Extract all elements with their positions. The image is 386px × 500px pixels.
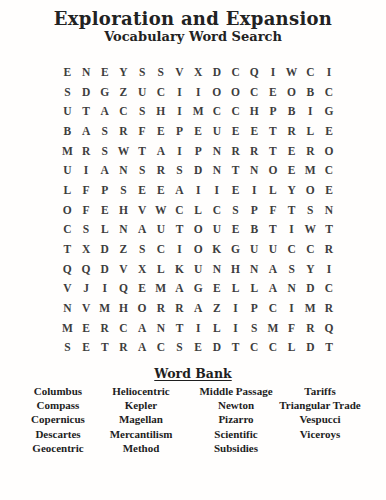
grid-cell-r4c8[interactable]: E: [189, 121, 208, 141]
word-bank-item: Method: [110, 441, 173, 455]
grid-cell-r6c12[interactable]: O: [264, 160, 283, 180]
grid-cell-r13c4[interactable]: H: [114, 298, 133, 318]
grid-cell-r1c13[interactable]: W: [282, 62, 301, 82]
grid-cell-r11c13[interactable]: S: [282, 259, 301, 279]
grid-cell-r15c11[interactable]: C: [245, 338, 264, 358]
grid-cell-r5c9[interactable]: N: [208, 141, 227, 161]
grid-cell-r14c14[interactable]: R: [301, 318, 320, 338]
grid-cell-r12c10[interactable]: L: [226, 279, 245, 299]
grid-cell-r6c3[interactable]: A: [95, 160, 114, 180]
grid-cell-r13c10[interactable]: I: [226, 298, 245, 318]
grid-cell-r3c5[interactable]: S: [133, 101, 152, 121]
grid-cell-r2c15[interactable]: C: [320, 82, 339, 102]
word-bank-item: Triangular Trade: [279, 398, 360, 412]
grid-cell-r1c2[interactable]: N: [77, 62, 96, 82]
grid-cell-r3c12[interactable]: P: [264, 101, 283, 121]
grid-cell-r3c4[interactable]: C: [114, 101, 133, 121]
word-bank-item: Scientific: [199, 427, 272, 441]
grid-cell-r9c2[interactable]: S: [77, 220, 96, 240]
grid-cell-r7c6[interactable]: E: [151, 180, 170, 200]
grid-cell-r10c6[interactable]: C: [151, 239, 170, 259]
grid-cell-r5c4[interactable]: W: [114, 141, 133, 161]
grid-cell-r7c3[interactable]: P: [95, 180, 114, 200]
grid-cell-r15c9[interactable]: D: [208, 338, 227, 358]
grid-cell-r14c13[interactable]: F: [282, 318, 301, 338]
grid-cell-r6c5[interactable]: S: [133, 160, 152, 180]
grid-cell-r3c6[interactable]: H: [151, 101, 170, 121]
grid-cell-r2c7[interactable]: I: [170, 82, 189, 102]
grid-cell-r1c6[interactable]: S: [151, 62, 170, 82]
grid-cell-r8c1[interactable]: O: [58, 200, 77, 220]
grid-cell-r6c8[interactable]: D: [189, 160, 208, 180]
grid-cell-r12c5[interactable]: E: [133, 279, 152, 299]
word-bank-item: Middle Passage: [199, 384, 272, 398]
grid-cell-r13c3[interactable]: M: [95, 298, 114, 318]
grid-cell-r2c4[interactable]: Z: [114, 82, 133, 102]
grid-cell-r4c13[interactable]: R: [282, 121, 301, 141]
grid-cell-r3c7[interactable]: I: [170, 101, 189, 121]
grid-cell-r13c5[interactable]: O: [133, 298, 152, 318]
grid-cell-r3c11[interactable]: H: [245, 101, 264, 121]
grid-cell-r11c2[interactable]: Q: [77, 259, 96, 279]
grid-cell-r6c11[interactable]: N: [245, 160, 264, 180]
grid-cell-r12c11[interactable]: L: [245, 279, 264, 299]
grid-cell-r3c13[interactable]: B: [282, 101, 301, 121]
grid-cell-r3c8[interactable]: M: [189, 101, 208, 121]
grid-cell-r6c1[interactable]: U: [58, 160, 77, 180]
word-bank-column-1: ColumbusCompassCopernicusDescartesGeocen…: [31, 384, 85, 455]
grid-cell-r9c7[interactable]: T: [170, 220, 189, 240]
grid-cell-r14c5[interactable]: A: [133, 318, 152, 338]
grid-cell-r13c14[interactable]: M: [301, 298, 320, 318]
grid-cell-r14c6[interactable]: N: [151, 318, 170, 338]
grid-cell-r4c9[interactable]: U: [208, 121, 227, 141]
grid-cell-r8c12[interactable]: F: [264, 200, 283, 220]
grid-cell-r6c7[interactable]: S: [170, 160, 189, 180]
grid-cell-r4c6[interactable]: E: [151, 121, 170, 141]
grid-cell-r3c3[interactable]: A: [95, 101, 114, 121]
grid-cell-r12c8[interactable]: G: [189, 279, 208, 299]
grid-cell-r1c11[interactable]: Q: [245, 62, 264, 82]
grid-cell-r11c15[interactable]: I: [320, 259, 339, 279]
grid-cell-r15c10[interactable]: T: [226, 338, 245, 358]
grid-cell-r10c13[interactable]: C: [282, 239, 301, 259]
grid-cell-r4c7[interactable]: P: [170, 121, 189, 141]
grid-cell-r14c12[interactable]: M: [264, 318, 283, 338]
word-search-grid: ENEYSSVXDCQIWCISDGZUCIIOOCEOBCUTACSHIMCC…: [58, 62, 338, 357]
grid-cell-r9c9[interactable]: U: [208, 220, 227, 240]
word-bank-column-3: Middle PassageNewtonPizarroScientificSub…: [199, 384, 272, 455]
grid-cell-r3c14[interactable]: I: [301, 101, 320, 121]
grid-cell-r5c1[interactable]: M: [58, 141, 77, 161]
grid-cell-r8c9[interactable]: C: [208, 200, 227, 220]
word-bank-item: Columbus: [31, 384, 85, 398]
grid-cell-r13c1[interactable]: N: [58, 298, 77, 318]
grid-cell-r11c6[interactable]: L: [151, 259, 170, 279]
grid-cell-r14c1[interactable]: M: [58, 318, 77, 338]
grid-cell-r7c12[interactable]: L: [264, 180, 283, 200]
grid-cell-r1c14[interactable]: C: [301, 62, 320, 82]
grid-cell-r6c2[interactable]: I: [77, 160, 96, 180]
grid-cell-r5c10[interactable]: R: [226, 141, 245, 161]
grid-cell-r5c7[interactable]: I: [170, 141, 189, 161]
grid-cell-r12c3[interactable]: I: [95, 279, 114, 299]
grid-cell-r13c8[interactable]: A: [189, 298, 208, 318]
grid-cell-r4c1[interactable]: B: [58, 121, 77, 141]
grid-cell-r1c12[interactable]: I: [264, 62, 283, 82]
grid-cell-r11c14[interactable]: Y: [301, 259, 320, 279]
grid-cell-r10c2[interactable]: X: [77, 239, 96, 259]
word-bank-item: Mercantilism: [110, 427, 173, 441]
grid-cell-r12c4[interactable]: Q: [114, 279, 133, 299]
grid-cell-r11c7[interactable]: K: [170, 259, 189, 279]
word-bank-item: Magellan: [110, 412, 173, 426]
grid-cell-r15c14[interactable]: D: [301, 338, 320, 358]
grid-cell-r7c7[interactable]: A: [170, 180, 189, 200]
word-bank-item: Copernicus: [31, 412, 85, 426]
grid-cell-r9c12[interactable]: T: [264, 220, 283, 240]
grid-cell-r8c7[interactable]: C: [170, 200, 189, 220]
grid-cell-r10c15[interactable]: R: [320, 239, 339, 259]
grid-cell-r10c3[interactable]: D: [95, 239, 114, 259]
grid-cell-r15c3[interactable]: T: [95, 338, 114, 358]
grid-cell-r9c14[interactable]: W: [301, 220, 320, 240]
grid-cell-r6c9[interactable]: N: [208, 160, 227, 180]
grid-cell-r12c9[interactable]: E: [208, 279, 227, 299]
grid-cell-r12c15[interactable]: C: [320, 279, 339, 299]
grid-cell-r12c13[interactable]: N: [282, 279, 301, 299]
grid-cell-r2c6[interactable]: C: [151, 82, 170, 102]
grid-cell-r2c12[interactable]: E: [264, 82, 283, 102]
grid-cell-r3c2[interactable]: T: [77, 101, 96, 121]
grid-cell-r13c15[interactable]: R: [320, 298, 339, 318]
grid-cell-r13c12[interactable]: C: [264, 298, 283, 318]
grid-cell-r2c13[interactable]: O: [282, 82, 301, 102]
grid-cell-r6c15[interactable]: C: [320, 160, 339, 180]
grid-cell-r10c4[interactable]: Z: [114, 239, 133, 259]
word-bank-item: Tariffs: [279, 384, 360, 398]
grid-cell-r13c2[interactable]: V: [77, 298, 96, 318]
grid-cell-r2c11[interactable]: C: [245, 82, 264, 102]
word-bank-item: Compass: [31, 398, 85, 412]
grid-cell-r9c6[interactable]: U: [151, 220, 170, 240]
grid-cell-r13c13[interactable]: I: [282, 298, 301, 318]
word-bank-item: Geocentric: [31, 441, 85, 455]
grid-cell-r7c1[interactable]: L: [58, 180, 77, 200]
grid-cell-r7c13[interactable]: Y: [282, 180, 301, 200]
grid-cell-r1c3[interactable]: E: [95, 62, 114, 82]
grid-cell-r2c3[interactable]: G: [95, 82, 114, 102]
word-bank-column-2: HeliocentricKeplerMagellanMercantilismMe…: [110, 384, 173, 455]
word-bank-item: Viceroys: [279, 427, 360, 441]
grid-cell-r5c11[interactable]: R: [245, 141, 264, 161]
grid-cell-r15c7[interactable]: S: [170, 338, 189, 358]
grid-cell-r13c11[interactable]: P: [245, 298, 264, 318]
grid-cell-r7c11[interactable]: I: [245, 180, 264, 200]
grid-cell-r9c13[interactable]: I: [282, 220, 301, 240]
grid-cell-r14c4[interactable]: C: [114, 318, 133, 338]
grid-cell-r12c1[interactable]: V: [58, 279, 77, 299]
grid-cell-r1c4[interactable]: Y: [114, 62, 133, 82]
grid-cell-r15c5[interactable]: A: [133, 338, 152, 358]
grid-cell-r15c6[interactable]: C: [151, 338, 170, 358]
grid-cell-r13c7[interactable]: R: [170, 298, 189, 318]
grid-cell-r9c8[interactable]: O: [189, 220, 208, 240]
grid-cell-r8c13[interactable]: T: [282, 200, 301, 220]
grid-cell-r13c6[interactable]: R: [151, 298, 170, 318]
grid-cell-r14c9[interactable]: L: [208, 318, 227, 338]
grid-cell-r8c2[interactable]: F: [77, 200, 96, 220]
grid-cell-r10c8[interactable]: O: [189, 239, 208, 259]
grid-cell-r5c5[interactable]: T: [133, 141, 152, 161]
grid-cell-r7c2[interactable]: F: [77, 180, 96, 200]
grid-cell-r14c3[interactable]: R: [95, 318, 114, 338]
grid-cell-r1c1[interactable]: E: [58, 62, 77, 82]
grid-cell-r10c7[interactable]: I: [170, 239, 189, 259]
grid-cell-r8c14[interactable]: S: [301, 200, 320, 220]
grid-cell-r3c15[interactable]: G: [320, 101, 339, 121]
grid-cell-r10c5[interactable]: S: [133, 239, 152, 259]
grid-cell-r10c14[interactable]: C: [301, 239, 320, 259]
grid-cell-r4c15[interactable]: E: [320, 121, 339, 141]
grid-cell-r8c3[interactable]: E: [95, 200, 114, 220]
word-bank-item: Newton: [199, 398, 272, 412]
grid-cell-r4c12[interactable]: T: [264, 121, 283, 141]
grid-cell-r11c1[interactable]: Q: [58, 259, 77, 279]
grid-cell-r4c14[interactable]: L: [301, 121, 320, 141]
grid-cell-r15c12[interactable]: C: [264, 338, 283, 358]
grid-cell-r15c1[interactable]: S: [58, 338, 77, 358]
grid-cell-r5c12[interactable]: T: [264, 141, 283, 161]
grid-cell-r11c5[interactable]: X: [133, 259, 152, 279]
grid-cell-r4c3[interactable]: S: [95, 121, 114, 141]
grid-cell-r12c2[interactable]: J: [77, 279, 96, 299]
grid-cell-r15c2[interactable]: E: [77, 338, 96, 358]
grid-cell-r2c1[interactable]: S: [58, 82, 77, 102]
grid-cell-r11c10[interactable]: H: [226, 259, 245, 279]
grid-cell-r12c6[interactable]: M: [151, 279, 170, 299]
grid-cell-r6c10[interactable]: T: [226, 160, 245, 180]
grid-cell-r4c2[interactable]: A: [77, 121, 96, 141]
grid-cell-r8c11[interactable]: P: [245, 200, 264, 220]
grid-cell-r1c5[interactable]: S: [133, 62, 152, 82]
grid-cell-r1c9[interactable]: D: [208, 62, 227, 82]
grid-cell-r10c9[interactable]: K: [208, 239, 227, 259]
grid-cell-r5c14[interactable]: R: [301, 141, 320, 161]
word-bank-column-4: TariffsTriangular TradeVespucciViceroys: [279, 384, 360, 441]
grid-cell-r5c13[interactable]: E: [282, 141, 301, 161]
grid-cell-r14c15[interactable]: Q: [320, 318, 339, 338]
grid-cell-r2c10[interactable]: O: [226, 82, 245, 102]
word-bank-item: Vespucci: [279, 412, 360, 426]
grid-cell-r9c10[interactable]: E: [226, 220, 245, 240]
grid-cell-r13c9[interactable]: Z: [208, 298, 227, 318]
grid-cell-r1c10[interactable]: C: [226, 62, 245, 82]
grid-cell-r7c10[interactable]: E: [226, 180, 245, 200]
grid-cell-r7c4[interactable]: S: [114, 180, 133, 200]
grid-cell-r12c7[interactable]: A: [170, 279, 189, 299]
grid-cell-r4c4[interactable]: R: [114, 121, 133, 141]
grid-cell-r6c6[interactable]: R: [151, 160, 170, 180]
grid-cell-r14c8[interactable]: I: [189, 318, 208, 338]
grid-cell-r9c11[interactable]: B: [245, 220, 264, 240]
grid-cell-r6c14[interactable]: M: [301, 160, 320, 180]
grid-cell-r7c14[interactable]: O: [301, 180, 320, 200]
grid-cell-r2c14[interactable]: B: [301, 82, 320, 102]
word-bank-item: Kepler: [110, 398, 173, 412]
grid-cell-r8c15[interactable]: N: [320, 200, 339, 220]
grid-cell-r8c4[interactable]: H: [114, 200, 133, 220]
grid-cell-r7c8[interactable]: I: [189, 180, 208, 200]
grid-cell-r11c11[interactable]: N: [245, 259, 264, 279]
grid-cell-r5c8[interactable]: P: [189, 141, 208, 161]
word-bank-item: Descartes: [31, 427, 85, 441]
grid-cell-r4c5[interactable]: F: [133, 121, 152, 141]
grid-cell-r15c4[interactable]: R: [114, 338, 133, 358]
grid-cell-r2c9[interactable]: O: [208, 82, 227, 102]
grid-cell-r3c9[interactable]: C: [208, 101, 227, 121]
grid-cell-r5c15[interactable]: O: [320, 141, 339, 161]
grid-cell-r11c9[interactable]: N: [208, 259, 227, 279]
grid-cell-r9c3[interactable]: L: [95, 220, 114, 240]
grid-cell-r7c5[interactable]: E: [133, 180, 152, 200]
grid-cell-r15c13[interactable]: L: [282, 338, 301, 358]
grid-cell-r6c13[interactable]: E: [282, 160, 301, 180]
grid-cell-r11c4[interactable]: V: [114, 259, 133, 279]
page-subtitle: Vocabulary Word Search: [0, 29, 386, 44]
word-bank-item: Heliocentric: [110, 384, 173, 398]
grid-cell-r8c8[interactable]: L: [189, 200, 208, 220]
grid-cell-r10c11[interactable]: U: [245, 239, 264, 259]
word-bank-item: Subsidies: [199, 441, 272, 455]
grid-cell-r8c5[interactable]: V: [133, 200, 152, 220]
word-bank-item: Pizarro: [199, 412, 272, 426]
grid-cell-r8c10[interactable]: S: [226, 200, 245, 220]
grid-cell-r3c1[interactable]: U: [58, 101, 77, 121]
grid-cell-r14c10[interactable]: I: [226, 318, 245, 338]
grid-cell-r12c14[interactable]: D: [301, 279, 320, 299]
grid-cell-r14c2[interactable]: E: [77, 318, 96, 338]
grid-cell-r2c5[interactable]: U: [133, 82, 152, 102]
grid-cell-r14c7[interactable]: T: [170, 318, 189, 338]
grid-cell-r10c1[interactable]: T: [58, 239, 77, 259]
grid-cell-r3c10[interactable]: C: [226, 101, 245, 121]
grid-cell-r15c8[interactable]: E: [189, 338, 208, 358]
grid-cell-r9c4[interactable]: N: [114, 220, 133, 240]
grid-cell-r8c6[interactable]: W: [151, 200, 170, 220]
grid-cell-r11c8[interactable]: U: [189, 259, 208, 279]
grid-cell-r2c8[interactable]: I: [189, 82, 208, 102]
grid-cell-r1c15[interactable]: I: [320, 62, 339, 82]
grid-cell-r9c5[interactable]: A: [133, 220, 152, 240]
grid-cell-r9c15[interactable]: T: [320, 220, 339, 240]
word-bank-heading: Word Bank: [0, 366, 386, 381]
grid-cell-r2c2[interactable]: D: [77, 82, 96, 102]
grid-cell-r5c2[interactable]: R: [77, 141, 96, 161]
grid-cell-r6c4[interactable]: N: [114, 160, 133, 180]
grid-cell-r7c9[interactable]: I: [208, 180, 227, 200]
grid-cell-r10c10[interactable]: G: [226, 239, 245, 259]
grid-cell-r14c11[interactable]: S: [245, 318, 264, 338]
grid-cell-r11c3[interactable]: D: [95, 259, 114, 279]
grid-cell-r11c12[interactable]: A: [264, 259, 283, 279]
page-title: Exploration and Expansion: [0, 8, 386, 29]
grid-cell-r5c6[interactable]: A: [151, 141, 170, 161]
grid-cell-r4c11[interactable]: E: [245, 121, 264, 141]
grid-cell-r9c1[interactable]: C: [58, 220, 77, 240]
grid-cell-r1c7[interactable]: V: [170, 62, 189, 82]
grid-cell-r12c12[interactable]: A: [264, 279, 283, 299]
grid-cell-r15c15[interactable]: T: [320, 338, 339, 358]
grid-cell-r4c10[interactable]: E: [226, 121, 245, 141]
grid-cell-r7c15[interactable]: E: [320, 180, 339, 200]
grid-cell-r10c12[interactable]: U: [264, 239, 283, 259]
grid-cell-r1c8[interactable]: X: [189, 62, 208, 82]
worksheet-page: Exploration and Expansion Vocabulary Wor…: [0, 0, 386, 500]
grid-cell-r5c3[interactable]: S: [95, 141, 114, 161]
